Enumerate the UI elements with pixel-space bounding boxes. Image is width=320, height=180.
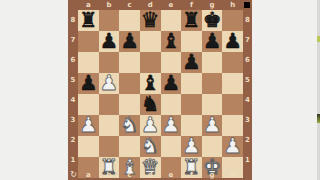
square-d7[interactable] — [140, 31, 161, 52]
file-label-h: h — [222, 170, 243, 180]
square-h2[interactable]: ♟ — [222, 136, 243, 157]
square-h7[interactable]: ♟ — [222, 31, 243, 52]
rank-label-3: 3 — [68, 110, 78, 130]
board-grid: ♜♛♜♚♟♟♝♟♟♟♟♟♝♟♞♟♞♟♟♟♞♟♟♜♝♛♜♚ — [78, 10, 243, 170]
page: abcdefgh 87654321 ♜♛♜♚♟♟♝♟♟♟♟♟♝♟♞♟♞♟♟♟♞♟… — [0, 0, 320, 180]
square-g7[interactable]: ♟ — [202, 31, 223, 52]
file-label-c: c — [119, 0, 140, 10]
square-g8[interactable]: ♚ — [202, 10, 223, 31]
black-to-move-indicator — [244, 2, 250, 8]
square-c2[interactable] — [119, 136, 140, 157]
rank-label-7: 7 — [243, 30, 252, 50]
file-label-g: g — [202, 170, 223, 180]
file-label-f: f — [181, 170, 202, 180]
square-b3[interactable] — [99, 115, 120, 136]
white-knight[interactable]: ♞ — [141, 136, 160, 157]
square-a2[interactable] — [78, 136, 99, 157]
square-g3[interactable]: ♟ — [202, 115, 223, 136]
file-label-b: b — [99, 0, 120, 10]
file-label-e: e — [161, 170, 182, 180]
rank-labels-right: 87654321 — [243, 10, 252, 170]
rank-labels-left: 87654321 — [68, 10, 78, 170]
square-b7[interactable]: ♟ — [99, 31, 120, 52]
square-f6[interactable]: ♟ — [181, 52, 202, 73]
square-a4[interactable] — [78, 94, 99, 115]
black-rook[interactable]: ♜ — [79, 10, 98, 31]
square-h5[interactable] — [222, 73, 243, 94]
rank-label-5: 5 — [68, 70, 78, 90]
white-pawn[interactable]: ♟ — [182, 136, 201, 157]
square-f2[interactable]: ♟ — [181, 136, 202, 157]
white-pawn[interactable]: ♟ — [79, 115, 98, 136]
square-e8[interactable] — [161, 10, 182, 31]
chess-board: abcdefgh 87654321 ♜♛♜♚♟♟♝♟♟♟♟♟♝♟♞♟♞♟♟♟♞♟… — [68, 0, 252, 180]
square-f4[interactable] — [181, 94, 202, 115]
square-h8[interactable] — [222, 10, 243, 31]
square-d8[interactable]: ♛ — [140, 10, 161, 31]
square-b2[interactable] — [99, 136, 120, 157]
black-king[interactable]: ♚ — [203, 10, 222, 31]
square-f3[interactable] — [181, 115, 202, 136]
black-pawn[interactable]: ♟ — [79, 73, 98, 94]
square-c7[interactable]: ♟ — [119, 31, 140, 52]
rank-label-4: 4 — [243, 90, 252, 110]
square-d3[interactable]: ♟ — [140, 115, 161, 136]
black-knight[interactable]: ♞ — [141, 94, 160, 115]
rank-label-5: 5 — [243, 70, 252, 90]
square-d2[interactable]: ♞ — [140, 136, 161, 157]
square-g2[interactable] — [202, 136, 223, 157]
square-a5[interactable]: ♟ — [78, 73, 99, 94]
black-queen[interactable]: ♛ — [141, 10, 160, 31]
square-a7[interactable] — [78, 31, 99, 52]
square-c6[interactable] — [119, 52, 140, 73]
rank-label-3: 3 — [243, 110, 252, 130]
rank-label-8: 8 — [68, 10, 78, 30]
square-e6[interactable] — [161, 52, 182, 73]
file-label-c: c — [119, 170, 140, 180]
black-bishop[interactable]: ♝ — [141, 73, 160, 94]
square-a3[interactable]: ♟ — [78, 115, 99, 136]
square-e7[interactable]: ♝ — [161, 31, 182, 52]
file-label-b: b — [99, 170, 120, 180]
square-c4[interactable] — [119, 94, 140, 115]
black-pawn[interactable]: ♟ — [223, 31, 242, 52]
square-b5[interactable]: ♟ — [99, 73, 120, 94]
square-c3[interactable]: ♞ — [119, 115, 140, 136]
rank-label-2: 2 — [68, 130, 78, 150]
square-g5[interactable] — [202, 73, 223, 94]
file-label-a: a — [78, 170, 99, 180]
black-pawn[interactable]: ♟ — [182, 52, 201, 73]
white-pawn[interactable]: ♟ — [223, 136, 242, 157]
square-b8[interactable] — [99, 10, 120, 31]
square-g4[interactable] — [202, 94, 223, 115]
square-f8[interactable]: ♜ — [181, 10, 202, 31]
square-h4[interactable] — [222, 94, 243, 115]
square-b4[interactable] — [99, 94, 120, 115]
rank-label-7: 7 — [68, 30, 78, 50]
square-d4[interactable]: ♞ — [140, 94, 161, 115]
square-a6[interactable] — [78, 52, 99, 73]
black-bishop[interactable]: ♝ — [161, 31, 180, 52]
rank-label-6: 6 — [243, 50, 252, 70]
square-d6[interactable] — [140, 52, 161, 73]
square-h3[interactable] — [222, 115, 243, 136]
black-rook[interactable]: ♜ — [182, 10, 201, 31]
file-label-h: h — [222, 0, 243, 10]
rank-label-1: 1 — [243, 150, 252, 170]
file-label-e: e — [161, 0, 182, 10]
white-pawn[interactable]: ♟ — [100, 73, 119, 94]
rank-label-2: 2 — [243, 130, 252, 150]
file-label-d: d — [140, 170, 161, 180]
white-pawn[interactable]: ♟ — [203, 115, 222, 136]
file-labels-bottom: abcdefgh — [78, 170, 243, 180]
rank-label-8: 8 — [243, 10, 252, 30]
square-f5[interactable] — [181, 73, 202, 94]
rank-label-1: 1 — [68, 150, 78, 170]
black-pawn[interactable]: ♟ — [161, 73, 180, 94]
square-b6[interactable] — [99, 52, 120, 73]
black-pawn[interactable]: ♟ — [120, 31, 139, 52]
flip-board-icon[interactable]: ↻ — [69, 170, 78, 180]
square-e5[interactable]: ♟ — [161, 73, 182, 94]
white-knight[interactable]: ♞ — [120, 115, 139, 136]
white-pawn[interactable]: ♟ — [141, 115, 160, 136]
rank-label-4: 4 — [68, 90, 78, 110]
rank-label-6: 6 — [68, 50, 78, 70]
square-e2[interactable] — [161, 136, 182, 157]
square-a8[interactable]: ♜ — [78, 10, 99, 31]
black-pawn[interactable]: ♟ — [100, 31, 119, 52]
white-pawn[interactable]: ♟ — [161, 115, 180, 136]
black-pawn[interactable]: ♟ — [203, 31, 222, 52]
square-e3[interactable]: ♟ — [161, 115, 182, 136]
square-h6[interactable] — [222, 52, 243, 73]
square-f7[interactable] — [181, 31, 202, 52]
square-c5[interactable] — [119, 73, 140, 94]
square-e4[interactable] — [161, 94, 182, 115]
square-d5[interactable]: ♝ — [140, 73, 161, 94]
square-c8[interactable] — [119, 10, 140, 31]
square-g6[interactable] — [202, 52, 223, 73]
